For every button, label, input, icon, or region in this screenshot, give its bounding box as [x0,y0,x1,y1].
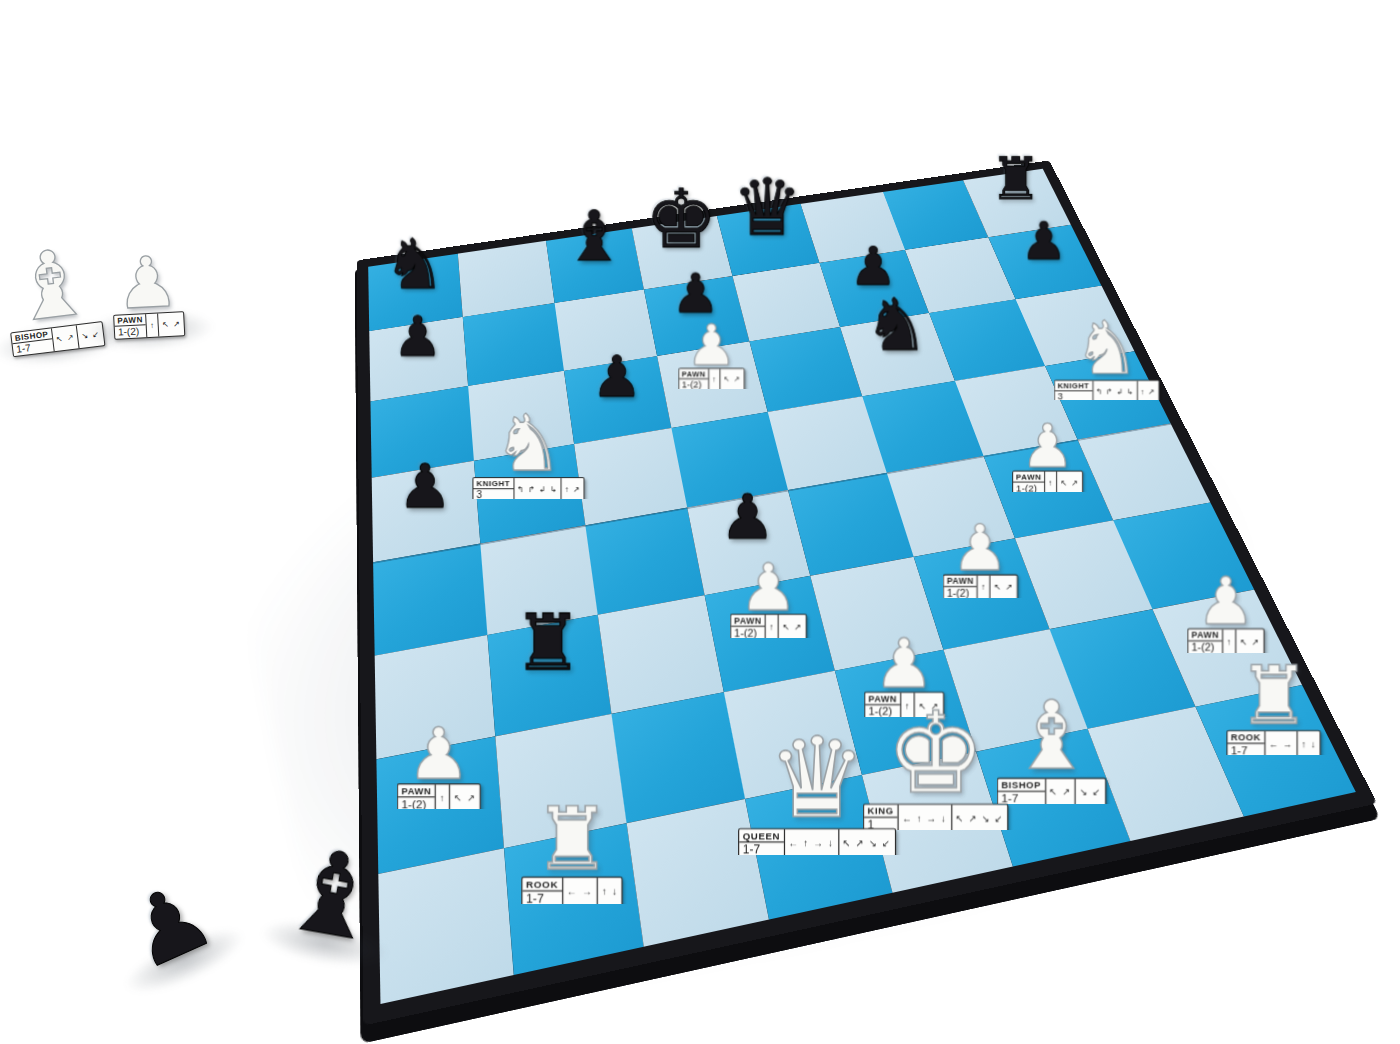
square-c4[interactable] [585,508,705,615]
pawn-move-arrows-1: ↖ ↗ [778,614,806,639]
pawn-label-name: PAWN [398,784,435,797]
black-queen-glyph: ♛ [732,168,802,247]
square-b5[interactable]: ♞KNIGHT3↰ ↱ ↲ ↳↑ ↗ [474,444,585,543]
rook-label-name: ROOK [522,878,562,892]
rook-label-range: 1-7 [1228,744,1265,758]
pawn-move-arrows-1: ↖ ↗ [1056,471,1082,494]
rook-label-name: ROOK [1228,731,1265,744]
white-rook-b1[interactable]: ♜ROOK1-7← →↑ ↓ [509,834,635,960]
rook-move-label: ROOK1-7← →↑ ↓ [1227,730,1322,759]
square-h1[interactable]: ♜ROOK1-7← →↑ ↓ [1196,685,1356,816]
rook-move-arrows-0: ← → [1265,731,1297,757]
white-pawn-glyph: ♟ [739,554,797,619]
black-knight-glyph: ♞ [384,229,446,298]
pawn-label-name: PAWN [943,575,976,587]
black-rook-glyph: ♜ [513,604,582,681]
black-pawn-glyph: ♟ [720,485,775,547]
pawn-label-range: 1-(2) [398,797,435,811]
queen-move-label: QUEEN1-7← ↑ → ↓↖ ↗ ↘ ↙ [738,828,896,858]
pawn-move-arrows-1: ↖ ↗ [157,312,184,336]
white-rook-glyph: ♜ [1238,655,1310,736]
king-move-arrows-1: ↖ ↗ ↘ ↙ [951,805,1008,832]
white-knight-b5[interactable]: ♞KNIGHT3↰ ↱ ↲ ↳↑ ↗ [477,442,579,544]
pawn-label-name: PAWN [1013,471,1044,482]
pawn-label-range: 1-(2) [943,587,976,600]
captured-black-pawn[interactable]: ♟ [113,867,226,985]
knight-label-name: KNIGHT [473,478,513,489]
pawn-label-name: PAWN [731,614,765,626]
pawn-move-arrows-0: ↑ [435,784,449,811]
knight-label-range: 3 [473,489,513,501]
knight-move-label: KNIGHT3↰ ↱ ↲ ↳↑ ↗ [1054,380,1160,404]
white-pawn-d3[interactable]: ♟PAWN1-(2)↑↖ ↗ [713,577,823,687]
white-pawn-glyph: ♟ [951,516,1008,580]
white-pawn-glyph: ♟ [407,718,471,789]
pawn-move-label: PAWN1-(2)↑↖ ↗ [113,311,185,340]
pawn-label-range: 1-(2) [115,325,147,339]
square-a1[interactable] [378,849,513,1004]
black-king-glyph: ♚ [645,179,718,260]
square-d1[interactable]: ♛QUEEN1-7← ↑ → ↓↖ ↗ ↘ ↙ [745,775,892,919]
pawn-move-label: PAWN1-(2)↑↖ ↗ [730,613,807,640]
white-queen-glyph: ♛ [768,723,868,834]
pawn-move-arrows-1: ↖ ↗ [720,368,744,390]
pawn-move-arrows-0: ↑ [709,368,720,390]
square-a4[interactable] [373,544,487,656]
white-bishop-glyph: ♝ [5,235,98,336]
knight-label-name: KNIGHT [1055,381,1092,391]
black-pawn-glyph: ♟ [591,348,642,405]
rook-label-range: 1-7 [522,892,562,907]
bishop-move-arrows-0: ↖ ↗ [51,325,79,351]
knight-move-arrows-0: ↰ ↱ ↲ ↳ [1092,381,1137,403]
square-c2[interactable] [611,692,746,824]
bishop-move-arrows-0: ↖ ↗ [1044,779,1074,806]
rook-move-arrows-0: ← → [562,878,597,906]
white-bishop-glyph: ♝ [1009,690,1094,784]
black-pawn-a5[interactable]: ♟ [373,459,476,562]
pawn-label-range: 1-(2) [1013,482,1044,494]
rook-move-arrows-1: ↑ ↓ [597,878,622,906]
pawn-label-range: 1-(2) [679,379,708,390]
knight-move-label: KNIGHT3↰ ↱ ↲ ↳↑ ↗ [472,477,584,502]
pawn-move-arrows-1: ↖ ↗ [449,784,479,811]
pawn-move-arrows-0: ↑ [765,614,778,639]
white-pawn-a2[interactable]: ♟PAWN1-(2)↑↖ ↗ [378,743,498,863]
queen-move-arrows-0: ← ↑ → ↓ [784,829,838,857]
black-pawn-glyph: ♟ [1021,214,1068,266]
pawn-move-arrows-0: ↑ [1222,629,1235,654]
pawn-move-label: PAWN1-(2)↑↖ ↗ [678,367,745,390]
pawn-label-range: 1-(2) [731,626,765,639]
king-move-arrows-0: ← ↑ → ↓ [897,805,950,832]
square-f6[interactable]: ♞ [840,313,955,397]
black-pawn-glyph: ♟ [398,455,452,516]
white-pawn-d6[interactable]: ♟PAWN1-(2)↑↖ ↗ [664,336,759,431]
white-pawn-glyph: ♟ [1020,416,1074,476]
pawn-move-arrows-0: ↑ [976,575,989,599]
queen-move-arrows-1: ↖ ↗ ↘ ↙ [838,829,895,857]
square-e4[interactable] [788,473,913,576]
white-queen-d1[interactable]: ♛QUEEN1-7← ↑ → ↓↖ ↗ ↘ ↙ [756,783,879,906]
bishop-move-arrows-1: ↘ ↙ [1075,779,1105,806]
white-pawn-glyph: ♟ [1196,568,1255,633]
square-a5[interactable]: ♟ [372,461,480,562]
white-knight-glyph: ♞ [493,404,563,482]
product-photo-scene: ♞♝♚♛♜♟♟♟♟♟♟PAWN1-(2)↑↖ ↗♞♟♞KNIGHT3↰ ↱ ↲ … [0,0,1400,1044]
captured-black-bishop[interactable]: ♝ [273,830,393,960]
square-b1[interactable]: ♜ROOK1-7← →↑ ↓ [504,824,643,976]
pawn-label-name: PAWN [1188,629,1222,641]
white-rook-h1[interactable]: ♜ROOK1-7← →↑ ↓ [1216,690,1333,807]
knight-label-range: 3 [1055,391,1092,402]
black-pawn-glyph: ♟ [393,308,443,363]
white-pawn-glyph: ♟ [686,316,736,372]
pawn-move-arrows-0: ↑ [1044,471,1056,494]
black-bishop-glyph: ♝ [563,202,625,271]
pawn-move-label: PAWN1-(2)↑↖ ↗ [397,783,481,813]
pawn-move-label: PAWN1-(2)↑↖ ↗ [942,574,1017,600]
rook-move-label: ROOK1-7← →↑ ↓ [521,877,623,908]
white-bishop-f1[interactable]: ♝BISHOP1-7↖ ↗↘ ↙ [991,736,1111,856]
white-rook-glyph: ♜ [533,796,611,883]
rook-move-arrows-1: ↑ ↓ [1297,731,1320,757]
queen-label-name: QUEEN [739,829,784,842]
square-c5[interactable] [574,428,688,525]
white-knight-glyph: ♞ [1074,311,1140,385]
black-rook-glyph: ♜ [990,150,1042,208]
captured-white-pawn[interactable]: ♟PAWN1-(2)↑↖ ↗ [110,246,186,340]
knight-move-arrows-1: ↑ ↗ [1137,381,1159,403]
white-pawn-glyph: ♟ [114,246,180,319]
bishop-move-label: BISHOP1-7↖ ↗↘ ↙ [996,778,1106,807]
knight-move-arrows-0: ↰ ↱ ↲ ↳ [513,478,561,501]
white-king-glyph: ♚ [885,698,986,810]
black-rook-b3[interactable]: ♜ [491,617,604,730]
white-pawn-glyph: ♟ [873,629,934,697]
pawn-label-name: PAWN [679,368,708,378]
black-bishop-glyph: ♝ [273,830,393,960]
pawn-label-range: 1-(2) [1188,641,1222,654]
pawn-move-label: PAWN1-(2)↑↖ ↗ [1012,470,1083,495]
knight-move-arrows-1: ↑ ↗ [560,478,583,501]
black-knight-glyph: ♞ [864,289,928,361]
pawn-move-arrows-1: ↖ ↗ [989,575,1016,599]
